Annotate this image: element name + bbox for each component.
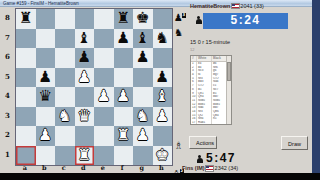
square-d5[interactable]: ♟ [75, 68, 95, 88]
actions-button[interactable]: Actions [189, 136, 217, 149]
square-a7[interactable] [16, 29, 36, 49]
square-d6[interactable]: ♟ [75, 48, 95, 68]
square-h5[interactable]: ♟ [153, 68, 173, 88]
piece-black-rook[interactable]: ♜ [114, 9, 134, 29]
square-e4[interactable]: ♟ [94, 87, 114, 107]
file-label-a: a [15, 164, 35, 172]
us-flag-icon [206, 166, 213, 171]
draw-button[interactable]: Draw [281, 136, 308, 150]
rank-label-5: 5 [1, 67, 14, 87]
file-label-e: e [93, 164, 113, 172]
square-e1[interactable] [94, 146, 114, 166]
square-g1[interactable] [133, 146, 153, 166]
square-f7[interactable]: ♟ [114, 29, 134, 49]
square-g4[interactable] [133, 87, 153, 107]
square-b7[interactable] [36, 29, 56, 49]
window-titlebar[interactable]: Game #159 - FinsIM - HematiteBrown [0, 0, 312, 7]
piece-black-bishop[interactable]: ♝ [133, 29, 153, 49]
window-title: Game #159 - FinsIM - HematiteBrown [3, 1, 79, 6]
square-e8[interactable] [94, 9, 114, 29]
square-a6[interactable] [16, 48, 36, 68]
top-player-rating: 2041 (33) [240, 3, 264, 9]
square-f5[interactable] [114, 68, 134, 88]
white-move: Rad1 [197, 121, 212, 125]
square-c2[interactable] [55, 126, 75, 146]
captured-count-badge: 3 [182, 13, 186, 18]
square-h3[interactable]: ♟ [153, 107, 173, 127]
game-subnote: 12 [190, 47, 194, 52]
piece-black-rook[interactable]: ♜ [16, 9, 36, 29]
file-label-b: b [35, 164, 55, 172]
square-c4[interactable] [55, 87, 75, 107]
square-b4[interactable]: ♛ [36, 87, 56, 107]
black-move [212, 121, 225, 125]
move-list-scrollbar[interactable] [226, 56, 232, 124]
square-f2[interactable]: ♜ [114, 126, 134, 146]
square-e7[interactable] [94, 29, 114, 49]
piece-white-pawn[interactable]: ♟ [94, 87, 114, 107]
square-a8[interactable]: ♜ [16, 9, 36, 29]
square-f1[interactable] [114, 146, 134, 166]
piece-white-pawn[interactable]: ♟ [133, 126, 153, 146]
square-h8[interactable] [153, 9, 173, 29]
piece-white-pawn[interactable]: ♟ [114, 87, 134, 107]
rank-label-1: 1 [1, 145, 14, 165]
square-h7[interactable]: ♞ [153, 29, 173, 49]
square-c7[interactable] [55, 29, 75, 49]
rank-label-4: 4 [1, 86, 14, 106]
file-label-c: c [54, 164, 74, 172]
square-f6[interactable] [114, 48, 134, 68]
square-a4[interactable] [16, 87, 36, 107]
piece-black-king[interactable]: ♚ [133, 9, 153, 29]
piece-black-bishop[interactable]: ♝ [75, 29, 95, 49]
square-b1[interactable] [36, 146, 56, 166]
piece-white-rook[interactable]: ♜ [75, 146, 95, 166]
square-d1[interactable]: ♜ [75, 146, 95, 166]
file-label-g: g [132, 164, 152, 172]
piece-white-pawn[interactable]: ♟ [36, 126, 56, 146]
square-f8[interactable]: ♜ [114, 9, 134, 29]
square-g2[interactable]: ♟ [133, 126, 153, 146]
square-b5[interactable]: ♟ [36, 68, 56, 88]
piece-white-pawn[interactable]: ♟ [75, 68, 95, 88]
scrollbar-thumb[interactable] [227, 62, 231, 81]
square-d4[interactable] [75, 87, 95, 107]
square-e5[interactable] [94, 68, 114, 88]
square-a1[interactable] [16, 146, 36, 166]
square-g5[interactable] [133, 68, 153, 88]
piece-black-pawn[interactable]: ♟ [75, 48, 95, 68]
square-f4[interactable]: ♟ [114, 87, 134, 107]
square-h6[interactable] [153, 48, 173, 68]
bottom-player-name: Fins (IM) [182, 165, 205, 171]
bottom-player-clock: 5:47 [206, 151, 291, 166]
square-a5[interactable] [16, 68, 36, 88]
piece-white-knight[interactable]: ♞ [55, 107, 75, 127]
letterbox-strip [0, 173, 320, 180]
rank-label-3: 3 [1, 106, 14, 126]
square-d3[interactable]: ♛ [75, 107, 95, 127]
square-g8[interactable]: ♚ [133, 9, 153, 29]
square-a3[interactable] [16, 107, 36, 127]
square-h1[interactable]: ♚ [153, 146, 173, 166]
piece-black-pawn[interactable]: ♟ [153, 68, 173, 88]
move-list-table[interactable]: # White Black 1e4d62d4Nf63Nc3g64f4Bg75Nf… [190, 55, 232, 125]
piece-white-pawn[interactable]: ♟ [153, 107, 173, 127]
top-player-line: HematiteBrown2041 (33) [190, 3, 264, 9]
captured-black-pawn-icon: ♟3 [174, 6, 185, 18]
top-player-name: HematiteBrown [190, 3, 230, 9]
square-c1[interactable] [55, 146, 75, 166]
square-g7[interactable]: ♝ [133, 29, 153, 49]
square-a2[interactable] [16, 126, 36, 146]
square-g6[interactable]: ♟ [133, 48, 153, 68]
piece-white-knight[interactable]: ♞ [133, 107, 153, 127]
square-c5[interactable] [55, 68, 75, 88]
square-b6[interactable] [36, 48, 56, 68]
chess-client-window: Game #159 - FinsIM - HematiteBrown 87654… [0, 0, 320, 180]
piece-black-queen[interactable]: ♛ [36, 87, 56, 107]
piece-white-rook[interactable]: ♜ [114, 126, 134, 146]
piece-white-queen[interactable]: ♛ [75, 107, 95, 127]
square-f3[interactable] [114, 107, 134, 127]
player-icon [195, 16, 202, 24]
captured-white-bishop-icon: ♗ [174, 134, 185, 146]
rank-labels: 87654321 [1, 8, 14, 164]
col-white: White [197, 56, 212, 61]
game-type-label: 15 0 r 15-minute [190, 39, 230, 45]
square-c8[interactable] [55, 9, 75, 29]
captured-black-knight-icon: ♞ [174, 21, 185, 33]
rank-label-8: 8 [1, 8, 14, 28]
desktop-edge-strip [312, 0, 320, 173]
square-b8[interactable] [36, 9, 56, 29]
rank-label-6: 6 [1, 47, 14, 67]
bottom-player-rating: 2342 (34) [215, 165, 239, 171]
piece-black-knight[interactable]: ♞ [153, 29, 173, 49]
rank-label-7: 7 [1, 28, 14, 48]
square-e6[interactable] [94, 48, 114, 68]
player-icon [196, 155, 203, 163]
square-g3[interactable]: ♞ [133, 107, 153, 127]
file-labels: abcdefgh [15, 164, 171, 172]
square-h2[interactable] [153, 126, 173, 146]
us-flag-icon [232, 4, 239, 9]
square-e2[interactable] [94, 126, 114, 146]
square-d7[interactable]: ♝ [75, 29, 95, 49]
piece-white-king[interactable]: ♚ [153, 146, 173, 166]
piece-black-pawn[interactable]: ♟ [114, 29, 134, 49]
piece-black-pawn[interactable]: ♟ [36, 68, 56, 88]
file-label-h: h [152, 164, 172, 172]
square-c6[interactable] [55, 48, 75, 68]
file-label-f: f [113, 164, 133, 172]
piece-black-pawn[interactable]: ♟ [133, 48, 153, 68]
square-d8[interactable] [75, 9, 95, 29]
square-h4[interactable]: ♝ [153, 87, 173, 107]
chess-board[interactable]: ♜♜♚♝♟♝♞♟♟♟♟♟♛♟♟♝♞♛♞♟♟♜♟♜♚ [15, 8, 173, 166]
square-c3[interactable]: ♞ [55, 107, 75, 127]
col-black: Black [212, 56, 225, 61]
bottom-player-line: Fins (IM)2342 (34) [182, 165, 238, 171]
square-d2[interactable] [75, 126, 95, 146]
square-b3[interactable] [36, 107, 56, 127]
top-player-clock: 5:24 [203, 13, 288, 29]
rank-label-2: 2 [1, 125, 14, 145]
piece-white-bishop[interactable]: ♝ [153, 87, 173, 107]
square-e3[interactable] [94, 107, 114, 127]
file-label-d: d [74, 164, 94, 172]
square-b2[interactable]: ♟ [36, 126, 56, 146]
